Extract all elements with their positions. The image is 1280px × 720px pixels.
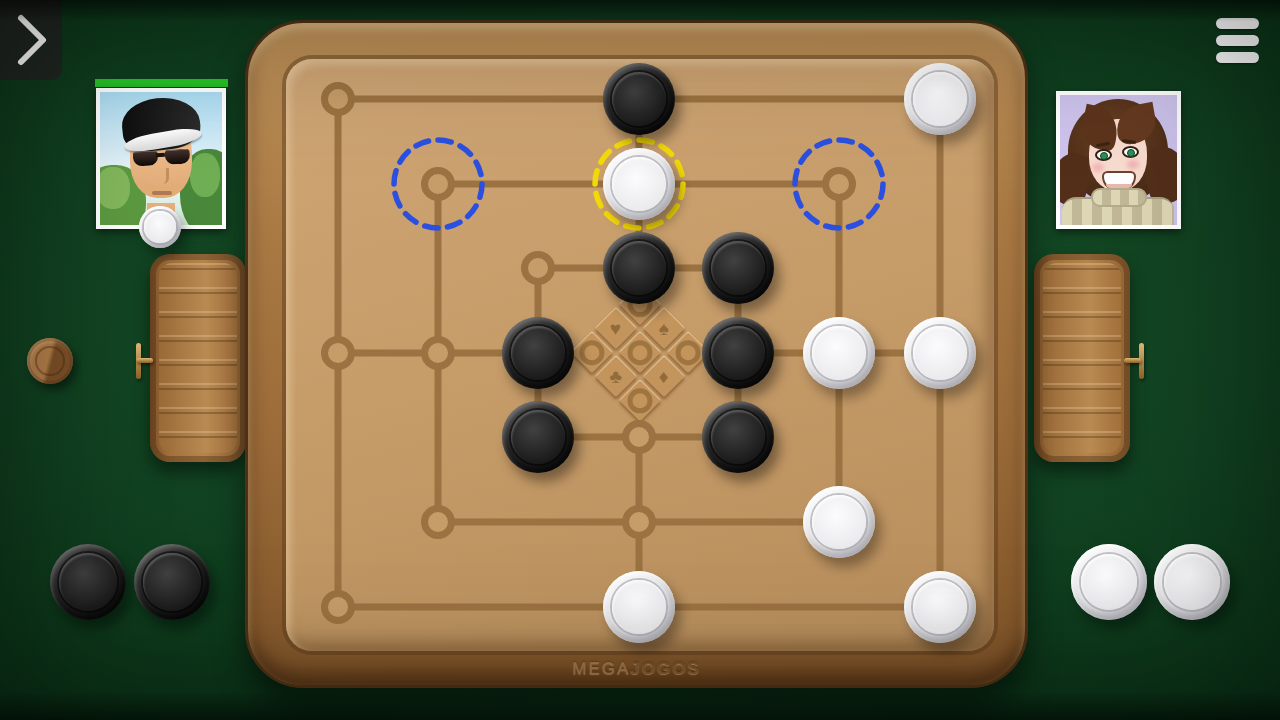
hamburger-bar [1216, 35, 1259, 46]
left-player-timer-bar [95, 79, 228, 87]
captured-black-piece [134, 544, 210, 620]
avatar-iris [1100, 152, 1108, 160]
captured-white-piece [1154, 544, 1230, 620]
captured-black-piece [50, 544, 126, 620]
point-b6[interactable] [410, 156, 466, 212]
white-piece-d6[interactable] [603, 148, 675, 220]
avatar-eye [1095, 149, 1112, 161]
point-f2[interactable] [811, 494, 867, 550]
point-f6[interactable] [811, 156, 867, 212]
point-e5[interactable] [710, 240, 766, 296]
sunglasses-bridge [156, 153, 165, 157]
point-a1[interactable] [310, 579, 366, 635]
avatar-sunglasses [133, 148, 192, 167]
loose-wooden-piece [27, 338, 73, 384]
hamburger-bar [1216, 18, 1259, 29]
right-player-avatar [1056, 91, 1181, 229]
point-g4[interactable] [912, 325, 968, 381]
expand-panel-button[interactable] [0, 0, 62, 80]
point-e3[interactable] [710, 409, 766, 465]
captured-white-piece [1071, 544, 1147, 620]
avatar-cheek [1092, 163, 1104, 172]
sunglasses-lens [165, 149, 191, 165]
chevron-right-icon [9, 10, 53, 70]
point-e4[interactable] [710, 325, 766, 381]
point-d1[interactable] [611, 579, 667, 635]
point-a4[interactable] [310, 325, 366, 381]
point-g1[interactable] [912, 579, 968, 635]
white-piece-f4[interactable] [803, 317, 875, 389]
avatar-nose [159, 168, 169, 184]
left-player-color-indicator-white-piece [139, 206, 181, 248]
white-piece-g7[interactable] [904, 63, 976, 135]
avatar-mouth [152, 191, 172, 195]
avatar-sweater-collar [1091, 188, 1147, 207]
white-piece-g1[interactable] [904, 571, 976, 643]
avatar-bush [100, 167, 130, 209]
avatar-bush [190, 153, 220, 197]
avatar-iris [1127, 149, 1135, 157]
point-d5[interactable] [611, 240, 667, 296]
point-f4[interactable] [811, 325, 867, 381]
black-piece-d5[interactable] [603, 232, 675, 304]
black-piece-e5[interactable] [702, 232, 774, 304]
point-g7[interactable] [912, 71, 968, 127]
black-piece-c3[interactable] [502, 401, 574, 473]
right-player-avatar-art [1060, 95, 1177, 225]
point-c3[interactable] [510, 409, 566, 465]
white-piece-d1[interactable] [603, 571, 675, 643]
hamburger-bar [1216, 52, 1259, 63]
point-b2[interactable] [410, 494, 466, 550]
black-piece-d7[interactable] [603, 63, 675, 135]
avatar-eye [1122, 146, 1139, 158]
point-c4[interactable] [510, 325, 566, 381]
point-a7[interactable] [310, 71, 366, 127]
point-b4[interactable] [410, 325, 466, 381]
point-d7[interactable] [611, 71, 667, 127]
point-d6[interactable] [611, 156, 667, 212]
point-c5[interactable] [510, 240, 566, 296]
avatar-cheek [1127, 160, 1139, 169]
black-piece-c4[interactable] [502, 317, 574, 389]
point-d2[interactable] [611, 494, 667, 550]
white-piece-f2[interactable] [803, 486, 875, 558]
black-piece-e3[interactable] [702, 401, 774, 473]
hamburger-icon [1216, 18, 1260, 63]
point-d3[interactable] [611, 409, 667, 465]
sunglasses-lens [133, 150, 159, 166]
game-table: MEGAJOGOS ♠♥♦♣ [0, 0, 1280, 720]
white-piece-g4[interactable] [904, 317, 976, 389]
menu-button[interactable] [1216, 17, 1260, 63]
black-piece-e4[interactable] [702, 317, 774, 389]
